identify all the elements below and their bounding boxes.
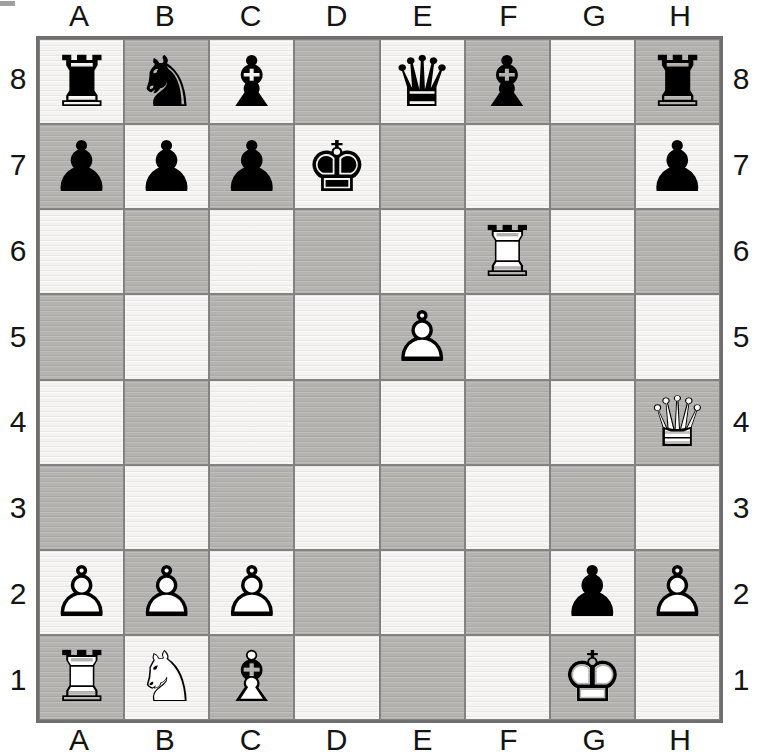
file-label-top-h: H (637, 0, 723, 36)
square-h5[interactable] (635, 294, 720, 379)
square-g4[interactable] (550, 380, 635, 465)
square-c8[interactable]: ♝ (209, 39, 294, 124)
square-e8[interactable]: ♛ (380, 39, 465, 124)
square-h4[interactable]: ♛♕ (635, 380, 720, 465)
square-e1[interactable] (380, 635, 465, 720)
square-a1[interactable]: ♜♖ (39, 635, 124, 720)
piece-black-bishop: ♝ (220, 47, 283, 117)
piece-white-king: ♚♔ (561, 642, 624, 712)
square-h6[interactable] (635, 209, 720, 294)
rank-label-right-5: 5 (723, 294, 759, 380)
piece-white-pawn: ♟♙ (391, 302, 454, 372)
piece-white-rook: ♜♖ (476, 217, 539, 287)
rank-label-right-4: 4 (723, 380, 759, 466)
square-e6[interactable] (380, 209, 465, 294)
square-d7[interactable]: ♚ (294, 124, 379, 209)
square-f1[interactable] (465, 635, 550, 720)
piece-black-king: ♚ (306, 132, 369, 202)
square-e5[interactable]: ♟♙ (380, 294, 465, 379)
square-b2[interactable]: ♟♙ (124, 550, 209, 635)
piece-black-pawn: ♟ (561, 557, 624, 627)
piece-black-bishop: ♝ (476, 47, 539, 117)
square-a6[interactable] (39, 209, 124, 294)
square-h7[interactable]: ♟ (635, 124, 720, 209)
chess-board: ♜♞♝♛♝♜♟♟♟♚♟♜♖♟♙♛♕♟♙♟♙♟♙♟♟♙♜♖♞♘♝♗♚♔ (36, 36, 723, 723)
square-f7[interactable] (465, 124, 550, 209)
file-label-top-a: A (36, 0, 122, 36)
square-g7[interactable] (550, 124, 635, 209)
file-label-bottom-a: A (36, 721, 122, 755)
square-b6[interactable] (124, 209, 209, 294)
rank-label-left-8: 8 (0, 36, 36, 122)
square-g3[interactable] (550, 465, 635, 550)
file-label-bottom-g: G (551, 721, 637, 755)
square-e3[interactable] (380, 465, 465, 550)
square-h8[interactable]: ♜ (635, 39, 720, 124)
square-d4[interactable] (294, 380, 379, 465)
rank-label-left-6: 6 (0, 208, 36, 294)
file-label-top-e: E (380, 0, 466, 36)
square-g1[interactable]: ♚♔ (550, 635, 635, 720)
piece-white-pawn: ♟♙ (220, 557, 283, 627)
rank-labels-left: 87654321 (0, 36, 36, 723)
file-label-bottom-c: C (208, 721, 294, 755)
square-f5[interactable] (465, 294, 550, 379)
square-c4[interactable] (209, 380, 294, 465)
rank-label-left-2: 2 (0, 551, 36, 637)
scan-artifact (0, 1, 15, 6)
square-b8[interactable]: ♞ (124, 39, 209, 124)
file-label-top-c: C (208, 0, 294, 36)
rank-label-left-3: 3 (0, 465, 36, 551)
square-a7[interactable]: ♟ (39, 124, 124, 209)
piece-white-pawn: ♟♙ (646, 557, 709, 627)
square-c6[interactable] (209, 209, 294, 294)
rank-label-right-2: 2 (723, 551, 759, 637)
square-c2[interactable]: ♟♙ (209, 550, 294, 635)
file-labels-top: ABCDEFGH (36, 0, 723, 36)
file-label-bottom-b: B (122, 721, 208, 755)
square-b5[interactable] (124, 294, 209, 379)
square-f8[interactable]: ♝ (465, 39, 550, 124)
square-d3[interactable] (294, 465, 379, 550)
square-b3[interactable] (124, 465, 209, 550)
square-a4[interactable] (39, 380, 124, 465)
rank-label-left-1: 1 (0, 637, 36, 723)
square-g6[interactable] (550, 209, 635, 294)
piece-black-rook: ♜ (50, 47, 113, 117)
rank-labels-right: 87654321 (723, 36, 759, 723)
square-d6[interactable] (294, 209, 379, 294)
square-d1[interactable] (294, 635, 379, 720)
file-label-top-b: B (122, 0, 208, 36)
rank-label-left-4: 4 (0, 380, 36, 466)
rank-label-left-7: 7 (0, 122, 36, 208)
piece-white-rook: ♜♖ (50, 642, 113, 712)
square-g8[interactable] (550, 39, 635, 124)
square-f6[interactable]: ♜♖ (465, 209, 550, 294)
square-e4[interactable] (380, 380, 465, 465)
square-e2[interactable] (380, 550, 465, 635)
square-c7[interactable]: ♟ (209, 124, 294, 209)
file-labels-bottom: ABCDEFGH (36, 721, 723, 755)
file-label-bottom-e: E (380, 721, 466, 755)
piece-white-bishop: ♝♗ (220, 642, 283, 712)
square-a8[interactable]: ♜ (39, 39, 124, 124)
rank-label-right-8: 8 (723, 36, 759, 122)
piece-white-pawn: ♟♙ (50, 557, 113, 627)
square-h1[interactable] (635, 635, 720, 720)
piece-black-queen: ♛ (391, 47, 454, 117)
square-g5[interactable] (550, 294, 635, 379)
square-c5[interactable] (209, 294, 294, 379)
file-label-top-g: G (551, 0, 637, 36)
file-label-bottom-h: H (637, 721, 723, 755)
square-b1[interactable]: ♞♘ (124, 635, 209, 720)
square-a5[interactable] (39, 294, 124, 379)
file-label-top-f: F (465, 0, 551, 36)
rank-label-right-1: 1 (723, 637, 759, 723)
piece-black-knight: ♞ (135, 47, 198, 117)
square-c3[interactable] (209, 465, 294, 550)
rank-label-right-6: 6 (723, 208, 759, 294)
rank-label-left-5: 5 (0, 294, 36, 380)
piece-black-pawn: ♟ (135, 132, 198, 202)
square-h2[interactable]: ♟♙ (635, 550, 720, 635)
piece-white-pawn: ♟♙ (135, 557, 198, 627)
piece-white-queen: ♛♕ (646, 387, 709, 457)
square-d8[interactable] (294, 39, 379, 124)
square-a3[interactable] (39, 465, 124, 550)
square-f3[interactable] (465, 465, 550, 550)
square-e7[interactable] (380, 124, 465, 209)
square-b7[interactable]: ♟ (124, 124, 209, 209)
piece-white-knight: ♞♘ (135, 642, 198, 712)
file-label-bottom-d: D (294, 721, 380, 755)
square-h3[interactable] (635, 465, 720, 550)
file-label-bottom-f: F (465, 721, 551, 755)
file-label-top-d: D (294, 0, 380, 36)
square-f2[interactable] (465, 550, 550, 635)
piece-black-pawn: ♟ (646, 132, 709, 202)
square-a2[interactable]: ♟♙ (39, 550, 124, 635)
rank-label-right-7: 7 (723, 122, 759, 208)
square-g2[interactable]: ♟ (550, 550, 635, 635)
square-d2[interactable] (294, 550, 379, 635)
rank-label-right-3: 3 (723, 465, 759, 551)
square-d5[interactable] (294, 294, 379, 379)
piece-black-pawn: ♟ (220, 132, 283, 202)
square-b4[interactable] (124, 380, 209, 465)
piece-black-rook: ♜ (646, 47, 709, 117)
square-c1[interactable]: ♝♗ (209, 635, 294, 720)
square-f4[interactable] (465, 380, 550, 465)
piece-black-pawn: ♟ (50, 132, 113, 202)
